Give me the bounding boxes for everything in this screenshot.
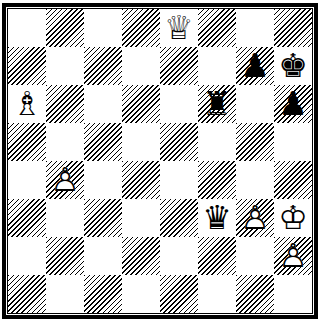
square-f4[interactable] (198, 161, 236, 199)
square-f5[interactable] (198, 123, 236, 161)
black-pawn-g7: ♟ (236, 47, 274, 85)
black-king-h7: ♚ (274, 47, 312, 85)
square-b6[interactable] (46, 85, 84, 123)
white-pawn-h2: ♙ (274, 237, 312, 275)
square-b7[interactable] (46, 47, 84, 85)
square-e4[interactable] (160, 161, 198, 199)
square-e3[interactable] (160, 199, 198, 237)
square-b3[interactable] (46, 199, 84, 237)
square-c5[interactable] (84, 123, 122, 161)
square-e6[interactable] (160, 85, 198, 123)
square-c8[interactable] (84, 9, 122, 47)
square-c3[interactable] (84, 199, 122, 237)
square-g4[interactable] (236, 161, 274, 199)
white-pawn-fill: ♟ (236, 199, 274, 237)
square-h3[interactable]: ♚♔ (274, 199, 312, 237)
square-f1[interactable] (198, 275, 236, 313)
square-h1[interactable] (274, 275, 312, 313)
chess-board: ♛♕♟♚♝♗♜♟♟♙♛♟♙♚♔♟♙ (8, 9, 312, 313)
square-d2[interactable] (122, 237, 160, 275)
white-pawn-b4: ♙ (46, 161, 84, 199)
square-a7[interactable] (8, 47, 46, 85)
chess-diagram-page: ♛♕♟♚♝♗♜♟♟♙♛♟♙♚♔♟♙ (0, 0, 320, 321)
square-a8[interactable] (8, 9, 46, 47)
square-g2[interactable] (236, 237, 274, 275)
black-pawn-h6: ♟ (274, 85, 312, 123)
square-d6[interactable] (122, 85, 160, 123)
square-e7[interactable] (160, 47, 198, 85)
square-b5[interactable] (46, 123, 84, 161)
square-a2[interactable] (8, 237, 46, 275)
square-c1[interactable] (84, 275, 122, 313)
square-a1[interactable] (8, 275, 46, 313)
square-g5[interactable] (236, 123, 274, 161)
square-h6[interactable]: ♟ (274, 85, 312, 123)
square-d8[interactable] (122, 9, 160, 47)
square-c6[interactable] (84, 85, 122, 123)
square-g1[interactable] (236, 275, 274, 313)
square-g6[interactable] (236, 85, 274, 123)
square-b8[interactable] (46, 9, 84, 47)
square-b4[interactable]: ♟♙ (46, 161, 84, 199)
white-bishop-a6: ♗ (8, 85, 46, 123)
white-king-h3: ♔ (274, 199, 312, 237)
square-c4[interactable] (84, 161, 122, 199)
white-pawn-fill: ♟ (274, 237, 312, 275)
square-a5[interactable] (8, 123, 46, 161)
square-d3[interactable] (122, 199, 160, 237)
square-g3[interactable]: ♟♙ (236, 199, 274, 237)
square-d4[interactable] (122, 161, 160, 199)
square-c2[interactable] (84, 237, 122, 275)
white-pawn-g3: ♙ (236, 199, 274, 237)
black-rook-f6: ♜ (198, 85, 236, 123)
board-frame-inner: ♛♕♟♚♝♗♜♟♟♙♛♟♙♚♔♟♙ (7, 8, 313, 314)
square-h8[interactable] (274, 9, 312, 47)
white-queen-fill: ♛ (160, 9, 198, 47)
square-e2[interactable] (160, 237, 198, 275)
square-e8[interactable]: ♛♕ (160, 9, 198, 47)
square-f7[interactable] (198, 47, 236, 85)
square-f8[interactable] (198, 9, 236, 47)
white-bishop-fill: ♝ (8, 85, 46, 123)
square-a3[interactable] (8, 199, 46, 237)
square-f3[interactable]: ♛ (198, 199, 236, 237)
square-g7[interactable]: ♟ (236, 47, 274, 85)
square-d7[interactable] (122, 47, 160, 85)
square-e1[interactable] (160, 275, 198, 313)
white-king-fill: ♚ (274, 199, 312, 237)
square-b1[interactable] (46, 275, 84, 313)
white-pawn-fill: ♟ (46, 161, 84, 199)
square-h2[interactable]: ♟♙ (274, 237, 312, 275)
square-g8[interactable] (236, 9, 274, 47)
square-d1[interactable] (122, 275, 160, 313)
black-queen-f3: ♛ (198, 199, 236, 237)
square-h7[interactable]: ♚ (274, 47, 312, 85)
square-f6[interactable]: ♜ (198, 85, 236, 123)
square-a6[interactable]: ♝♗ (8, 85, 46, 123)
square-h5[interactable] (274, 123, 312, 161)
square-d5[interactable] (122, 123, 160, 161)
square-b2[interactable] (46, 237, 84, 275)
square-a4[interactable] (8, 161, 46, 199)
square-c7[interactable] (84, 47, 122, 85)
square-e5[interactable] (160, 123, 198, 161)
board-frame: ♛♕♟♚♝♗♜♟♟♙♛♟♙♚♔♟♙ (2, 3, 318, 319)
white-queen-e8: ♕ (160, 9, 198, 47)
square-f2[interactable] (198, 237, 236, 275)
square-h4[interactable] (274, 161, 312, 199)
